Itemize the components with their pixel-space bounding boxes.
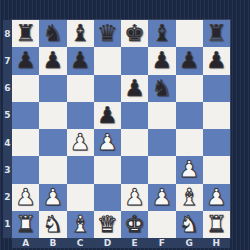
square-g5[interactable]: [176, 102, 203, 129]
black-pawn[interactable]: ♟: [152, 47, 173, 74]
square-b6[interactable]: [39, 75, 66, 102]
square-h2[interactable]: ♟: [203, 184, 230, 211]
black-pawn[interactable]: ♟: [70, 47, 91, 74]
square-b7[interactable]: ♟: [39, 47, 66, 74]
black-bishop[interactable]: ♝: [152, 20, 173, 47]
square-f3[interactable]: [148, 156, 175, 183]
white-knight[interactable]: ♞: [43, 211, 64, 238]
square-c2[interactable]: [67, 184, 94, 211]
file-label-d: D: [94, 238, 121, 248]
square-a5[interactable]: [12, 102, 39, 129]
white-rook[interactable]: ♜: [206, 211, 227, 238]
square-d2[interactable]: [94, 184, 121, 211]
rank-label-8: 8: [3, 20, 12, 47]
chess-board-frame: 87654321 ♜♞♝♛♚♝♜♟♟♟♟♟♟♟♞♟♟♟♟♟♟♟♟♝♟♜♞♝♛♚♞…: [0, 0, 250, 250]
square-d5[interactable]: ♟: [94, 102, 121, 129]
square-h7[interactable]: ♟: [203, 47, 230, 74]
square-f1[interactable]: [148, 211, 175, 238]
black-king[interactable]: ♚: [124, 20, 145, 47]
white-pawn[interactable]: ♟: [152, 184, 173, 211]
square-b8[interactable]: ♞: [39, 20, 66, 47]
file-label-b: B: [39, 238, 66, 248]
white-pawn[interactable]: ♟: [15, 184, 36, 211]
rank-label-4: 4: [3, 129, 12, 156]
square-g8[interactable]: [176, 20, 203, 47]
white-pawn[interactable]: ♟: [70, 129, 91, 156]
square-f8[interactable]: ♝: [148, 20, 175, 47]
square-g2[interactable]: ♝: [176, 184, 203, 211]
square-c7[interactable]: ♟: [67, 47, 94, 74]
black-pawn[interactable]: ♟: [206, 47, 227, 74]
square-e1[interactable]: ♚: [121, 211, 148, 238]
black-queen[interactable]: ♛: [97, 20, 118, 47]
white-bishop[interactable]: ♝: [70, 211, 91, 238]
square-g7[interactable]: ♟: [176, 47, 203, 74]
file-label-c: C: [67, 238, 94, 248]
rank-labels: 87654321: [3, 20, 12, 238]
square-h3[interactable]: [203, 156, 230, 183]
file-label-g: G: [176, 238, 203, 248]
black-knight[interactable]: ♞: [43, 20, 64, 47]
white-knight[interactable]: ♞: [179, 211, 200, 238]
square-g4[interactable]: [176, 129, 203, 156]
rank-label-2: 2: [3, 184, 12, 211]
square-a4[interactable]: [12, 129, 39, 156]
square-f6[interactable]: ♞: [148, 75, 175, 102]
file-label-e: E: [121, 238, 148, 248]
file-label-h: H: [203, 238, 230, 248]
square-d8[interactable]: ♛: [94, 20, 121, 47]
black-bishop[interactable]: ♝: [70, 20, 91, 47]
square-d3[interactable]: [94, 156, 121, 183]
square-e2[interactable]: ♟: [121, 184, 148, 211]
rank-label-7: 7: [3, 47, 12, 74]
white-king[interactable]: ♚: [124, 211, 145, 238]
white-bishop[interactable]: ♝: [179, 184, 200, 211]
file-label-a: A: [12, 238, 39, 248]
white-pawn[interactable]: ♟: [43, 184, 64, 211]
black-knight[interactable]: ♞: [152, 75, 173, 102]
square-f7[interactable]: ♟: [148, 47, 175, 74]
square-h1[interactable]: ♜: [203, 211, 230, 238]
square-e4[interactable]: [121, 129, 148, 156]
square-a1[interactable]: ♜: [12, 211, 39, 238]
black-rook[interactable]: ♜: [206, 20, 227, 47]
square-a7[interactable]: ♟: [12, 47, 39, 74]
square-a8[interactable]: ♜: [12, 20, 39, 47]
square-h4[interactable]: [203, 129, 230, 156]
square-f4[interactable]: [148, 129, 175, 156]
square-h5[interactable]: [203, 102, 230, 129]
square-c4[interactable]: ♟: [67, 129, 94, 156]
square-d4[interactable]: ♟: [94, 129, 121, 156]
square-d6[interactable]: [94, 75, 121, 102]
square-e6[interactable]: ♟: [121, 75, 148, 102]
square-h8[interactable]: ♜: [203, 20, 230, 47]
square-e7[interactable]: [121, 47, 148, 74]
white-pawn[interactable]: ♟: [124, 184, 145, 211]
square-f5[interactable]: [148, 102, 175, 129]
square-a3[interactable]: [12, 156, 39, 183]
square-b2[interactable]: ♟: [39, 184, 66, 211]
square-g6[interactable]: [176, 75, 203, 102]
file-labels: ABCDEFGH: [12, 238, 230, 248]
black-pawn[interactable]: ♟: [43, 47, 64, 74]
white-pawn[interactable]: ♟: [97, 129, 118, 156]
square-c8[interactable]: ♝: [67, 20, 94, 47]
square-b3[interactable]: [39, 156, 66, 183]
rank-label-3: 3: [3, 156, 12, 183]
square-g1[interactable]: ♞: [176, 211, 203, 238]
black-pawn[interactable]: ♟: [15, 47, 36, 74]
square-a2[interactable]: ♟: [12, 184, 39, 211]
square-c5[interactable]: [67, 102, 94, 129]
square-e5[interactable]: [121, 102, 148, 129]
white-queen[interactable]: ♛: [97, 211, 118, 238]
square-g3[interactable]: ♟: [176, 156, 203, 183]
black-rook[interactable]: ♜: [15, 20, 36, 47]
square-d7[interactable]: [94, 47, 121, 74]
square-c3[interactable]: [67, 156, 94, 183]
rank-label-1: 1: [3, 211, 12, 238]
white-pawn[interactable]: ♟: [206, 184, 227, 211]
square-b5[interactable]: [39, 102, 66, 129]
square-c1[interactable]: ♝: [67, 211, 94, 238]
white-rook[interactable]: ♜: [15, 211, 36, 238]
square-d1[interactable]: ♛: [94, 211, 121, 238]
square-c6[interactable]: [67, 75, 94, 102]
rank-label-6: 6: [3, 75, 12, 102]
board: ♜♞♝♛♚♝♜♟♟♟♟♟♟♟♞♟♟♟♟♟♟♟♟♝♟♜♞♝♛♚♞♜: [12, 20, 230, 238]
white-pawn[interactable]: ♟: [179, 156, 200, 183]
square-b4[interactable]: [39, 129, 66, 156]
rank-label-5: 5: [3, 102, 12, 129]
black-pawn[interactable]: ♟: [97, 102, 118, 129]
square-b1[interactable]: ♞: [39, 211, 66, 238]
black-pawn[interactable]: ♟: [179, 47, 200, 74]
square-h6[interactable]: [203, 75, 230, 102]
black-pawn[interactable]: ♟: [124, 75, 145, 102]
square-e3[interactable]: [121, 156, 148, 183]
square-f2[interactable]: ♟: [148, 184, 175, 211]
file-label-f: F: [148, 238, 175, 248]
square-a6[interactable]: [12, 75, 39, 102]
square-e8[interactable]: ♚: [121, 20, 148, 47]
